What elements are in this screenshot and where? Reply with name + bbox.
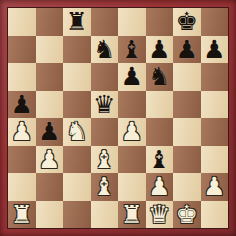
white-bishop-d2[interactable]: ♝ (93, 173, 115, 200)
square-f7[interactable]: ♟ (146, 36, 174, 64)
white-queen-f1[interactable]: ♛ (148, 201, 170, 228)
square-e6[interactable]: ♟ (118, 63, 146, 91)
square-b4[interactable]: ♟ (36, 118, 64, 146)
square-g5[interactable] (173, 91, 201, 119)
black-bishop-f3[interactable]: ♝ (148, 146, 170, 173)
square-e4[interactable]: ♟ (118, 118, 146, 146)
square-d6[interactable] (91, 63, 119, 91)
square-d2[interactable]: ♝ (91, 173, 119, 201)
square-c3[interactable] (63, 146, 91, 174)
square-a2[interactable] (8, 173, 36, 201)
black-knight-f6[interactable]: ♞ (148, 63, 170, 90)
square-g2[interactable] (173, 173, 201, 201)
square-h7[interactable]: ♟ (201, 36, 229, 64)
black-pawn-h7[interactable]: ♟ (203, 36, 225, 63)
square-d8[interactable] (91, 8, 119, 36)
chess-board: ♜♚♞♝♟♟♟♟♞♟♛♟♟♞♟♟♝♝♝♟♟♜♜♛♚ (8, 8, 228, 228)
white-bishop-d3[interactable]: ♝ (93, 146, 115, 173)
black-king-g8[interactable]: ♚ (176, 8, 198, 35)
square-e8[interactable] (118, 8, 146, 36)
square-a3[interactable] (8, 146, 36, 174)
square-h5[interactable] (201, 91, 229, 119)
square-a5[interactable]: ♟ (8, 91, 36, 119)
square-b8[interactable] (36, 8, 64, 36)
square-d1[interactable] (91, 201, 119, 229)
square-c7[interactable] (63, 36, 91, 64)
square-b5[interactable] (36, 91, 64, 119)
chess-board-frame: ♜♚♞♝♟♟♟♟♞♟♛♟♟♞♟♟♝♝♝♟♟♜♜♛♚ (0, 0, 236, 236)
square-f8[interactable] (146, 8, 174, 36)
square-a1[interactable]: ♜ (8, 201, 36, 229)
square-b3[interactable]: ♟ (36, 146, 64, 174)
white-rook-a1[interactable]: ♜ (11, 201, 33, 228)
white-pawn-e4[interactable]: ♟ (121, 118, 143, 145)
square-f4[interactable] (146, 118, 174, 146)
square-c4[interactable]: ♞ (63, 118, 91, 146)
square-a4[interactable]: ♟ (8, 118, 36, 146)
black-pawn-e6[interactable]: ♟ (121, 63, 143, 90)
square-f5[interactable] (146, 91, 174, 119)
white-pawn-b3[interactable]: ♟ (38, 146, 60, 173)
square-a6[interactable] (8, 63, 36, 91)
white-king-g1[interactable]: ♚ (176, 201, 198, 228)
square-h8[interactable] (201, 8, 229, 36)
square-b7[interactable] (36, 36, 64, 64)
square-f1[interactable]: ♛ (146, 201, 174, 229)
white-knight-c4[interactable]: ♞ (66, 118, 88, 145)
square-g7[interactable]: ♟ (173, 36, 201, 64)
square-g4[interactable] (173, 118, 201, 146)
square-h4[interactable] (201, 118, 229, 146)
white-pawn-a4[interactable]: ♟ (11, 118, 33, 145)
black-pawn-a5[interactable]: ♟ (11, 91, 33, 118)
black-rook-c8[interactable]: ♜ (66, 8, 88, 35)
square-c1[interactable] (63, 201, 91, 229)
black-bishop-e7[interactable]: ♝ (121, 36, 143, 63)
square-d4[interactable] (91, 118, 119, 146)
square-c5[interactable] (63, 91, 91, 119)
square-c6[interactable] (63, 63, 91, 91)
square-f2[interactable]: ♟ (146, 173, 174, 201)
square-h3[interactable] (201, 146, 229, 174)
square-a8[interactable] (8, 8, 36, 36)
square-a7[interactable] (8, 36, 36, 64)
square-c8[interactable]: ♜ (63, 8, 91, 36)
square-c2[interactable] (63, 173, 91, 201)
square-h1[interactable] (201, 201, 229, 229)
square-g3[interactable] (173, 146, 201, 174)
square-g1[interactable]: ♚ (173, 201, 201, 229)
square-f3[interactable]: ♝ (146, 146, 174, 174)
square-d5[interactable]: ♛ (91, 91, 119, 119)
square-e3[interactable] (118, 146, 146, 174)
square-f6[interactable]: ♞ (146, 63, 174, 91)
black-pawn-g7[interactable]: ♟ (176, 36, 198, 63)
white-pawn-f2[interactable]: ♟ (148, 173, 170, 200)
square-b2[interactable] (36, 173, 64, 201)
square-b1[interactable] (36, 201, 64, 229)
square-e5[interactable] (118, 91, 146, 119)
square-g8[interactable]: ♚ (173, 8, 201, 36)
black-pawn-f7[interactable]: ♟ (148, 36, 170, 63)
black-queen-d5[interactable]: ♛ (93, 91, 115, 118)
square-b6[interactable] (36, 63, 64, 91)
black-knight-d7[interactable]: ♞ (93, 36, 115, 63)
white-rook-e1[interactable]: ♜ (121, 201, 143, 228)
square-d3[interactable]: ♝ (91, 146, 119, 174)
black-pawn-b4[interactable]: ♟ (38, 118, 60, 145)
square-e2[interactable] (118, 173, 146, 201)
square-g6[interactable] (173, 63, 201, 91)
square-h6[interactable] (201, 63, 229, 91)
square-e1[interactable]: ♜ (118, 201, 146, 229)
white-pawn-h2[interactable]: ♟ (203, 173, 225, 200)
square-h2[interactable]: ♟ (201, 173, 229, 201)
square-e7[interactable]: ♝ (118, 36, 146, 64)
square-d7[interactable]: ♞ (91, 36, 119, 64)
